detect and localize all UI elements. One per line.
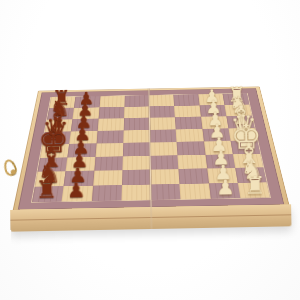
square[interactable]: ♟ xyxy=(205,154,235,168)
square[interactable]: ♛ xyxy=(228,128,257,141)
square[interactable] xyxy=(95,143,123,157)
square[interactable]: ♜ xyxy=(222,93,249,104)
square[interactable]: ♜ xyxy=(32,186,64,202)
square[interactable]: ♝ xyxy=(226,116,254,129)
square[interactable] xyxy=(94,156,123,171)
square[interactable] xyxy=(121,184,151,200)
square[interactable]: ♝ xyxy=(233,154,264,168)
black-pawn[interactable]: ♟ xyxy=(69,165,87,185)
chess-set: ♜♟♟♜♞♟♟♞♝♟♟♝♛♟♟♛♚♟♟♚♝♟♟♝♞♟♟♞♜♟♟♜ xyxy=(0,0,300,300)
square[interactable] xyxy=(178,155,207,169)
square[interactable]: ♟ xyxy=(68,143,97,157)
square[interactable]: ♞ xyxy=(224,104,252,116)
product-photo-scene: ♜♟♟♜♞♟♟♞♝♟♟♝♛♟♟♛♚♟♟♚♝♟♟♝♞♟♟♞♜♟♟♜ xyxy=(0,0,300,300)
black-pawn[interactable]: ♟ xyxy=(72,138,89,157)
black-pawn[interactable]: ♟ xyxy=(71,151,89,171)
square[interactable]: ♞ xyxy=(235,167,266,182)
brass-clasp-icon[interactable] xyxy=(0,157,18,179)
white-pawn[interactable]: ♟ xyxy=(208,122,225,141)
square[interactable] xyxy=(96,130,123,143)
square[interactable] xyxy=(177,141,205,155)
square[interactable] xyxy=(149,117,175,130)
black-bishop[interactable]: ♝ xyxy=(46,105,70,131)
black-pawn[interactable]: ♟ xyxy=(76,113,93,132)
square[interactable] xyxy=(175,117,202,130)
square[interactable]: ♝ xyxy=(38,157,68,172)
black-pawn[interactable]: ♟ xyxy=(79,90,95,108)
square[interactable]: ♟ xyxy=(199,105,226,117)
square[interactable] xyxy=(150,129,177,142)
white-pawn[interactable]: ♟ xyxy=(207,110,224,129)
square[interactable]: ♟ xyxy=(69,131,97,144)
white-pawn[interactable]: ♟ xyxy=(210,135,227,154)
white-bishop[interactable]: ♝ xyxy=(229,102,253,128)
black-rook[interactable]: ♜ xyxy=(52,87,71,108)
square[interactable]: ♞ xyxy=(35,171,66,186)
square[interactable] xyxy=(176,129,204,142)
fold-seam xyxy=(148,89,153,210)
square[interactable]: ♟ xyxy=(73,107,100,119)
white-knight[interactable]: ♞ xyxy=(240,156,264,182)
square[interactable] xyxy=(122,156,150,170)
square[interactable] xyxy=(122,170,151,185)
square[interactable] xyxy=(173,94,199,105)
square[interactable]: ♟ xyxy=(209,183,241,199)
square[interactable] xyxy=(99,96,124,107)
white-knight[interactable]: ♞ xyxy=(228,93,249,116)
square[interactable]: ♟ xyxy=(62,185,93,201)
square[interactable]: ♛ xyxy=(43,131,72,144)
square[interactable]: ♟ xyxy=(198,94,224,105)
square[interactable] xyxy=(149,106,175,118)
square[interactable] xyxy=(123,118,149,131)
square[interactable] xyxy=(151,184,181,200)
square[interactable] xyxy=(150,169,179,184)
white-king[interactable]: ♚ xyxy=(230,119,262,154)
board-border-band xyxy=(18,88,285,209)
black-pawn[interactable]: ♟ xyxy=(67,180,86,201)
board-grid: ♜♟♟♜♞♟♟♞♝♟♟♝♛♟♟♛♚♟♟♚♝♟♟♝♞♟♟♞♜♟♟♜ xyxy=(32,93,270,202)
square[interactable] xyxy=(97,118,124,131)
square[interactable]: ♜ xyxy=(49,97,75,109)
square[interactable]: ♚ xyxy=(230,140,260,154)
square[interactable]: ♝ xyxy=(45,119,73,132)
square[interactable]: ♟ xyxy=(202,128,230,141)
square[interactable]: ♟ xyxy=(66,157,95,172)
black-knight[interactable]: ♞ xyxy=(37,160,61,186)
square[interactable] xyxy=(150,155,178,169)
square[interactable] xyxy=(123,142,151,156)
square[interactable]: ♜ xyxy=(238,182,270,198)
square[interactable]: ♞ xyxy=(47,108,74,120)
white-pawn[interactable]: ♟ xyxy=(216,178,235,199)
square[interactable] xyxy=(124,95,149,106)
square[interactable]: ♟ xyxy=(201,116,229,129)
white-rook[interactable]: ♜ xyxy=(227,84,246,105)
black-queen[interactable]: ♛ xyxy=(42,114,70,145)
square[interactable] xyxy=(98,107,124,119)
black-king[interactable]: ♚ xyxy=(38,123,70,158)
chess-board: ♜♟♟♜♞♟♟♞♝♟♟♝♛♟♟♛♚♟♟♚♝♟♟♝♞♟♟♞♜♟♟♜ xyxy=(12,86,290,212)
black-knight[interactable]: ♞ xyxy=(49,96,70,119)
square[interactable]: ♟ xyxy=(207,168,238,183)
square[interactable] xyxy=(150,142,178,156)
square[interactable]: ♟ xyxy=(64,171,94,186)
clasp-hook xyxy=(2,158,19,178)
square[interactable] xyxy=(179,169,209,184)
white-pawn[interactable]: ♟ xyxy=(212,149,230,169)
square[interactable] xyxy=(93,170,122,185)
black-pawn[interactable]: ♟ xyxy=(74,125,91,144)
square[interactable]: ♟ xyxy=(204,141,233,155)
board-wood-rim xyxy=(12,86,290,212)
black-rook[interactable]: ♜ xyxy=(35,177,58,202)
white-pawn[interactable]: ♟ xyxy=(204,88,220,106)
square[interactable] xyxy=(92,185,122,201)
square[interactable] xyxy=(180,183,211,199)
square[interactable]: ♚ xyxy=(40,144,69,158)
white-pawn[interactable]: ♟ xyxy=(205,99,221,117)
case-front-fold-gap xyxy=(150,207,152,229)
white-pawn[interactable]: ♟ xyxy=(214,163,232,183)
black-pawn[interactable]: ♟ xyxy=(77,101,93,119)
square[interactable] xyxy=(149,95,174,106)
white-bishop[interactable]: ♝ xyxy=(236,140,262,168)
case-front-face xyxy=(10,204,291,231)
square[interactable]: ♟ xyxy=(71,119,98,132)
square[interactable] xyxy=(174,105,200,117)
white-queen[interactable]: ♛ xyxy=(230,110,258,141)
white-rook[interactable]: ♜ xyxy=(244,173,267,198)
black-bishop[interactable]: ♝ xyxy=(39,143,65,171)
square[interactable] xyxy=(123,130,150,143)
square[interactable] xyxy=(124,106,150,118)
square[interactable]: ♟ xyxy=(74,96,100,107)
